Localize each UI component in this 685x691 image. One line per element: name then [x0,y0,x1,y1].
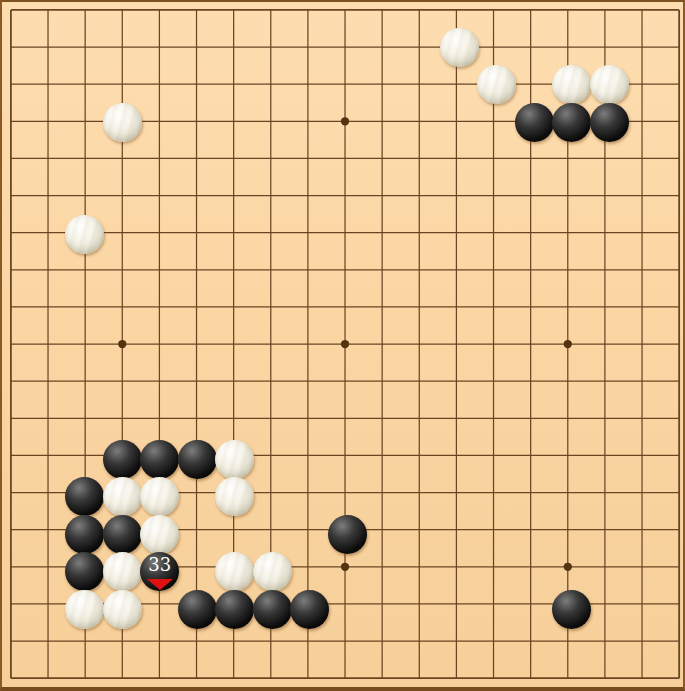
white-stone [552,65,591,104]
black-stone [515,103,554,142]
white-stone [253,552,292,591]
black-stone [65,552,104,591]
white-stone [440,28,479,67]
black-stone [178,590,217,629]
black-stone [178,440,217,479]
last-move-triangle-marker [147,579,173,590]
black-stone [328,515,367,554]
black-stone [140,440,179,479]
white-stone [65,590,104,629]
black-stone [215,590,254,629]
black-stone [65,477,104,516]
black-stone [590,103,629,142]
white-stone [590,65,629,104]
stones-layer: 33 [2,2,683,687]
white-stone [140,477,179,516]
black-stone [552,590,591,629]
white-stone [65,215,104,254]
white-stone [215,440,254,479]
black-stone [253,590,292,629]
black-stone [552,103,591,142]
last-move-number: 33 [140,554,179,576]
black-stone [103,515,142,554]
white-stone [103,103,142,142]
white-stone [103,590,142,629]
black-stone [103,440,142,479]
white-stone [215,552,254,591]
white-stone [215,477,254,516]
white-stone [140,515,179,554]
white-stone [477,65,516,104]
white-stone [103,552,142,591]
black-stone [290,590,329,629]
go-board[interactable]: 33 [0,0,685,691]
black-stone: 33 [140,552,179,591]
black-stone [65,515,104,554]
white-stone [103,477,142,516]
